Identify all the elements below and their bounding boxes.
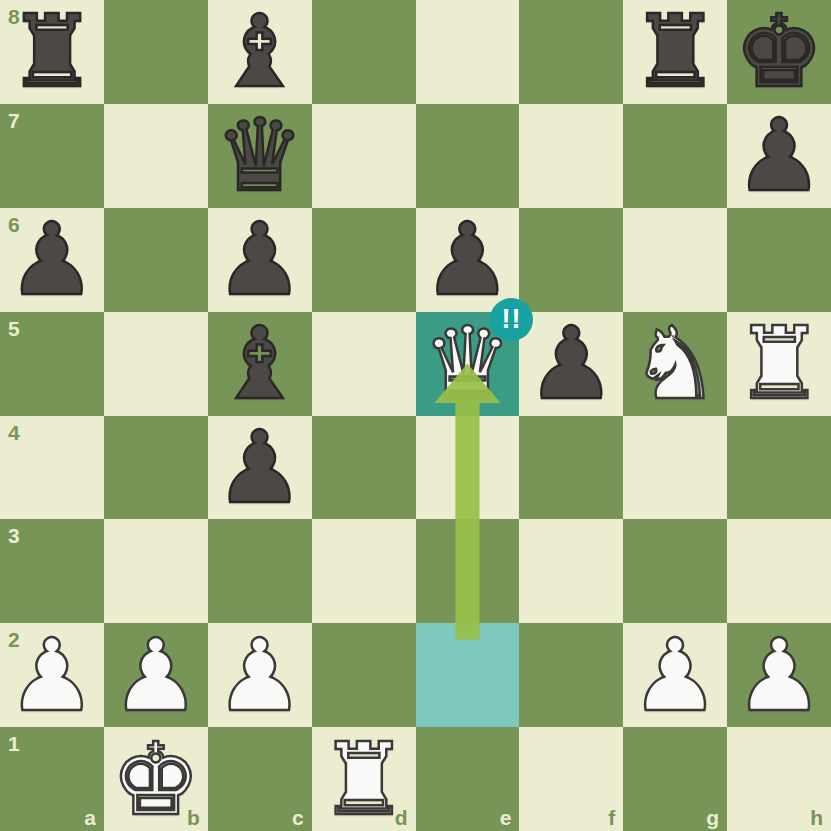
chess-board-wrap: 8♜♝♜♚7♛♟6♟♟♟5♝♛♟♞♜4♟32♟♟♟♟♟1ab♚cd♜efgh !… — [0, 0, 831, 831]
square-b6[interactable] — [104, 208, 208, 312]
square-a5[interactable]: 5 — [0, 312, 104, 416]
piece-black-r-a8[interactable]: ♜ — [7, 0, 97, 103]
square-c5[interactable]: ♝ — [208, 312, 312, 416]
square-c8[interactable]: ♝ — [208, 0, 312, 104]
file-label-c: c — [292, 807, 304, 828]
square-g8[interactable]: ♜ — [623, 0, 727, 104]
square-c1[interactable]: c — [208, 727, 312, 831]
square-b2[interactable]: ♟ — [104, 623, 208, 727]
square-d1[interactable]: d♜ — [312, 727, 416, 831]
square-h7[interactable]: ♟ — [727, 104, 831, 208]
square-f2[interactable] — [519, 623, 623, 727]
square-b7[interactable] — [104, 104, 208, 208]
piece-black-p-c4[interactable]: ♟ — [215, 416, 305, 519]
rank-label-1: 1 — [8, 733, 20, 754]
piece-black-p-f5[interactable]: ♟ — [526, 312, 616, 415]
square-d3[interactable] — [312, 519, 416, 623]
square-f1[interactable]: f — [519, 727, 623, 831]
square-c6[interactable]: ♟ — [208, 208, 312, 312]
rank-label-3: 3 — [8, 525, 20, 546]
square-b4[interactable] — [104, 416, 208, 520]
piece-white-k-b1[interactable]: ♚ — [111, 728, 201, 831]
square-a8[interactable]: 8♜ — [0, 0, 104, 104]
square-b8[interactable] — [104, 0, 208, 104]
piece-black-b-c5[interactable]: ♝ — [215, 312, 305, 415]
file-label-h: h — [810, 807, 823, 828]
square-h5[interactable]: ♜ — [727, 312, 831, 416]
square-e3[interactable] — [416, 519, 520, 623]
square-g2[interactable]: ♟ — [623, 623, 727, 727]
file-label-f: f — [608, 807, 615, 828]
rank-label-4: 4 — [8, 422, 20, 443]
square-e4[interactable] — [416, 416, 520, 520]
piece-white-q-e5[interactable]: ♛ — [423, 312, 513, 415]
square-g7[interactable] — [623, 104, 727, 208]
piece-black-r-g8[interactable]: ♜ — [630, 0, 720, 103]
square-a3[interactable]: 3 — [0, 519, 104, 623]
square-d4[interactable] — [312, 416, 416, 520]
square-f6[interactable] — [519, 208, 623, 312]
square-e8[interactable] — [416, 0, 520, 104]
piece-black-p-h7[interactable]: ♟ — [734, 104, 824, 207]
rank-label-5: 5 — [8, 318, 20, 339]
file-label-e: e — [500, 807, 512, 828]
square-c2[interactable]: ♟ — [208, 623, 312, 727]
square-e2[interactable] — [416, 623, 520, 727]
square-c3[interactable] — [208, 519, 312, 623]
piece-black-p-a6[interactable]: ♟ — [7, 208, 97, 311]
piece-white-p-a2[interactable]: ♟ — [7, 624, 97, 727]
square-a4[interactable]: 4 — [0, 416, 104, 520]
piece-black-b-c8[interactable]: ♝ — [215, 0, 305, 103]
square-e7[interactable] — [416, 104, 520, 208]
piece-white-n-g5[interactable]: ♞ — [630, 312, 720, 415]
chess-board: 8♜♝♜♚7♛♟6♟♟♟5♝♛♟♞♜4♟32♟♟♟♟♟1ab♚cd♜efgh — [0, 0, 831, 831]
square-a2[interactable]: 2♟ — [0, 623, 104, 727]
piece-black-p-c6[interactable]: ♟ — [215, 208, 305, 311]
square-g1[interactable]: g — [623, 727, 727, 831]
square-h8[interactable]: ♚ — [727, 0, 831, 104]
piece-white-r-d1[interactable]: ♜ — [319, 728, 409, 831]
square-e5[interactable]: ♛ — [416, 312, 520, 416]
rank-label-7: 7 — [8, 110, 20, 131]
square-h6[interactable] — [727, 208, 831, 312]
piece-white-p-b2[interactable]: ♟ — [111, 624, 201, 727]
square-g6[interactable] — [623, 208, 727, 312]
square-b1[interactable]: b♚ — [104, 727, 208, 831]
square-a7[interactable]: 7 — [0, 104, 104, 208]
square-h4[interactable] — [727, 416, 831, 520]
square-b5[interactable] — [104, 312, 208, 416]
square-c7[interactable]: ♛ — [208, 104, 312, 208]
square-f5[interactable]: ♟ — [519, 312, 623, 416]
square-a6[interactable]: 6♟ — [0, 208, 104, 312]
piece-white-p-g2[interactable]: ♟ — [630, 624, 720, 727]
piece-black-k-h8[interactable]: ♚ — [734, 0, 824, 103]
square-b3[interactable] — [104, 519, 208, 623]
square-c4[interactable]: ♟ — [208, 416, 312, 520]
square-h2[interactable]: ♟ — [727, 623, 831, 727]
square-d2[interactable] — [312, 623, 416, 727]
file-label-a: a — [84, 807, 96, 828]
square-f8[interactable] — [519, 0, 623, 104]
square-g4[interactable] — [623, 416, 727, 520]
square-g3[interactable] — [623, 519, 727, 623]
square-a1[interactable]: 1a — [0, 727, 104, 831]
square-f7[interactable] — [519, 104, 623, 208]
square-d8[interactable] — [312, 0, 416, 104]
square-e1[interactable]: e — [416, 727, 520, 831]
square-d5[interactable] — [312, 312, 416, 416]
piece-white-p-h2[interactable]: ♟ — [734, 624, 824, 727]
piece-black-q-c7[interactable]: ♛ — [215, 104, 305, 207]
square-f4[interactable] — [519, 416, 623, 520]
file-label-g: g — [706, 807, 719, 828]
square-g5[interactable]: ♞ — [623, 312, 727, 416]
square-h1[interactable]: h — [727, 727, 831, 831]
piece-white-r-h5[interactable]: ♜ — [734, 312, 824, 415]
piece-black-p-e6[interactable]: ♟ — [423, 208, 513, 311]
square-d7[interactable] — [312, 104, 416, 208]
square-h3[interactable] — [727, 519, 831, 623]
square-d6[interactable] — [312, 208, 416, 312]
square-f3[interactable] — [519, 519, 623, 623]
square-e6[interactable]: ♟ — [416, 208, 520, 312]
piece-white-p-c2[interactable]: ♟ — [215, 624, 305, 727]
